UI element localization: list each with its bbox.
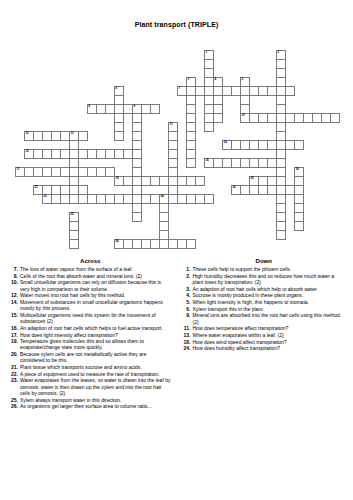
down-clues-column: Down 1.These cells help to support the p…: [177, 258, 353, 410]
clue-item-number: 12.: [10, 292, 18, 298]
clue-number-21: 21: [35, 186, 38, 189]
clue-item-number: 9.: [183, 312, 191, 324]
clue-item-number: 20.: [10, 351, 18, 363]
clue-item-text: Xylem always transport water in this dir…: [20, 397, 171, 403]
clue-number-6: 6: [116, 87, 117, 90]
clue-item-number: 18.: [183, 339, 191, 345]
clue-number-9: 9: [134, 105, 135, 108]
clue-item: 21.Plant tissue which transports sucrose…: [10, 364, 171, 370]
clue-item-number: 19.: [10, 338, 18, 350]
clue-item-text: Sucrose is mostly produced in these plan…: [193, 292, 346, 298]
clue-item: 24.How does humidity affect transpiratio…: [183, 345, 346, 351]
clue-number-12: 12: [26, 132, 29, 135]
clue-item-text: These cells help to support the phloem c…: [193, 266, 346, 272]
clue-item: 22.A piece of equipment used to measure …: [10, 371, 171, 377]
clue-item-number: 4.: [183, 292, 191, 298]
clue-item: 10.Small unicellular organisms can rely …: [10, 279, 171, 291]
clue-number-13: 13: [71, 132, 74, 135]
clue-item: 18.How does wind speed affect transpirat…: [183, 339, 346, 345]
clue-number-26: 26: [116, 240, 119, 243]
grid-cell-r14c20[interactable]: [195, 176, 205, 186]
clue-item-number: 22.: [10, 371, 18, 377]
grid-cell-r7c35[interactable]: [330, 113, 340, 123]
clue-item: 3.An adaption of root hair cells which h…: [183, 286, 346, 292]
grid-cell-r12c19[interactable]: [186, 158, 196, 168]
grid-cell-r9c11[interactable]: [114, 131, 124, 141]
clue-item-number: 26.: [10, 403, 18, 409]
clue-item-text: Xylem transport this in the plant.: [193, 306, 346, 312]
clue-item-number: 23.: [10, 377, 18, 396]
clue-item-text: The loss of water vapour from the surfac…: [20, 266, 171, 272]
grid-cell-r16c21[interactable]: [204, 194, 214, 204]
clue-item-number: 15.: [10, 312, 18, 324]
down-header: Down: [183, 258, 346, 264]
grid-cell-r4c30[interactable]: [285, 86, 295, 96]
clue-number-20: 20: [251, 177, 254, 180]
across-clues-column: Across 7.The loss of water vapour from t…: [0, 258, 177, 410]
clue-item-text: An adaption of root hair cells which hel…: [20, 325, 171, 331]
clue-item-number: 8.: [10, 273, 18, 279]
clue-number-10: 10: [242, 114, 245, 117]
clue-number-15: 15: [26, 150, 29, 153]
clue-item-number: 24.: [183, 345, 191, 351]
clue-item: 7.The loss of water vapour from the surf…: [10, 266, 171, 272]
clue-item-text: How does light intensity affect transpir…: [20, 332, 171, 338]
clue-item-number: 14.: [10, 299, 18, 311]
clue-number-17: 17: [17, 168, 20, 171]
clue-item-text: Water moves into root hair cells by this…: [20, 292, 171, 298]
clue-number-2: 2: [278, 51, 279, 54]
clue-item: 25.Xylem always transport water in this …: [10, 397, 171, 403]
clue-item: 1.These cells help to support the phloem…: [183, 266, 346, 272]
clue-item-number: 5.: [183, 299, 191, 305]
clue-item: 15.Multicellular organisms need this sys…: [10, 312, 171, 324]
clue-item-number: 7.: [10, 266, 18, 272]
clue-item-number: 21.: [10, 364, 18, 370]
across-header: Across: [10, 258, 171, 264]
clue-item-number: 16.: [10, 325, 18, 331]
clue-item-number: 13.: [183, 332, 191, 338]
clue-item: 20.Because xylem cells are not metabolic…: [10, 351, 171, 363]
clue-item: 17.How does light intensity affect trans…: [10, 332, 171, 338]
clue-number-7: 7: [179, 87, 180, 90]
worksheet-page: Plant transport (TRIPLE) 123456789101112…: [0, 0, 353, 500]
grid-cell-r21c19[interactable]: [186, 239, 196, 249]
clue-item: 23.Water evaporates from the leaves, so …: [10, 377, 171, 396]
grid-cell-r10c31[interactable]: [294, 140, 304, 150]
clue-item-number: 6.: [183, 306, 191, 312]
clue-item: 5.When light intensity is high, this hap…: [183, 299, 346, 305]
clue-item-text: Small unicellular organisms can rely on …: [20, 279, 171, 291]
clue-number-22: 22: [233, 186, 236, 189]
clue-number-1: 1: [206, 51, 207, 54]
clue-item-number: 2.: [183, 273, 191, 285]
down-clue-list: 1.These cells help to support the phloem…: [183, 266, 346, 352]
clue-item-text: How does humidity affect transpiration?: [193, 345, 346, 351]
clue-item-text: A piece of equipment used to measure the…: [20, 371, 171, 377]
page-title: Plant transport (TRIPLE): [0, 21, 353, 28]
clue-item-text: When light intensity is high, this happe…: [193, 299, 346, 305]
clue-item-number: 11.: [183, 325, 191, 331]
grid-cell-r20c29[interactable]: [276, 230, 286, 240]
clue-number-18: 18: [296, 168, 299, 171]
across-clue-list: 7.The loss of water vapour from the surf…: [10, 266, 171, 409]
clue-item-number: 25.: [10, 397, 18, 403]
clue-item: 11.How does temperature affect transpira…: [183, 325, 346, 331]
clue-item-text: High humidity decreases this and so redu…: [193, 273, 346, 285]
clue-item-text: Multicellular organisms need this system…: [20, 312, 171, 324]
clue-item-text: Plant tissue which transports sucrose an…: [20, 364, 171, 370]
grid-cell-r19c31[interactable]: [294, 221, 304, 231]
clue-item-text: Movement of substances in small unicellu…: [20, 299, 171, 311]
clue-number-25: 25: [71, 213, 74, 216]
clue-item: 2.High humidity decreases this and so re…: [183, 273, 346, 285]
clue-item-text: Cells of the root that absorb water and …: [20, 273, 171, 279]
clue-number-23: 23: [44, 195, 47, 198]
clue-item-text: Because xylem cells are not metabolicall…: [20, 351, 171, 363]
clue-item: 16.An adaption of root hair cells which …: [10, 325, 171, 331]
grid-cell-r9c7[interactable]: [78, 131, 88, 141]
grid-cell-r6c15[interactable]: [150, 104, 160, 114]
clue-number-5: 5: [242, 78, 243, 81]
clue-item-text: Mineral ions are absorbed into the root …: [193, 312, 346, 324]
clue-number-3: 3: [188, 78, 189, 81]
clue-item-text: How does temperature affect transpiratio…: [193, 325, 346, 331]
grid-cell-r18c13[interactable]: [132, 212, 142, 222]
clue-item-number: 17.: [10, 332, 18, 338]
crossword-grid: 1234567891011121314151617181920212223242…: [15, 50, 339, 248]
clue-item-text: Where water evaporates within a leaf. (2…: [193, 332, 346, 338]
clue-number-19: 19: [116, 177, 119, 180]
clue-item: 6.Xylem transport this in the plant.: [183, 306, 346, 312]
grid-cell-r7c22[interactable]: [213, 113, 223, 123]
clue-number-8: 8: [89, 105, 90, 108]
clue-item-text: As organisms get larger their surface ar…: [20, 403, 171, 409]
clue-item-number: 10.: [10, 279, 18, 291]
clue-number-24: 24: [161, 195, 164, 198]
clue-section: Across 7.The loss of water vapour from t…: [0, 258, 353, 410]
clue-item: 8.Cells of the root that absorb water an…: [10, 273, 171, 279]
clue-item: 13.Where water evaporates within a leaf.…: [183, 332, 346, 338]
clue-item-text: Temperature gives molecules this and so …: [20, 338, 171, 350]
clue-item-text: How does wind speed affect transpiration…: [193, 339, 346, 345]
clue-number-16: 16: [206, 159, 209, 162]
clue-number-4: 4: [215, 78, 216, 81]
clue-number-11: 11: [170, 123, 173, 126]
clue-item: 4.Sucrose is mostly produced in these pl…: [183, 292, 346, 298]
clue-number-14: 14: [224, 141, 227, 144]
clue-item: 26.As organisms get larger their surface…: [10, 403, 171, 409]
clue-item: 12.Water moves into root hair cells by t…: [10, 292, 171, 298]
clue-item: 14.Movement of substances in small unice…: [10, 299, 171, 311]
clue-item: 19.Temperature gives molecules this and …: [10, 338, 171, 350]
clue-item-number: 3.: [183, 286, 191, 292]
grid-cell-r8c21[interactable]: [204, 122, 214, 132]
clue-item-number: 1.: [183, 266, 191, 272]
clue-item-text: An adaption of root hair cells which hel…: [193, 286, 346, 292]
clue-item: 9.Mineral ions are absorbed into the roo…: [183, 312, 346, 324]
clue-item-text: Water evaporates from the leaves, so wat…: [20, 377, 171, 396]
grid-cell-r21c6[interactable]: [69, 239, 79, 249]
